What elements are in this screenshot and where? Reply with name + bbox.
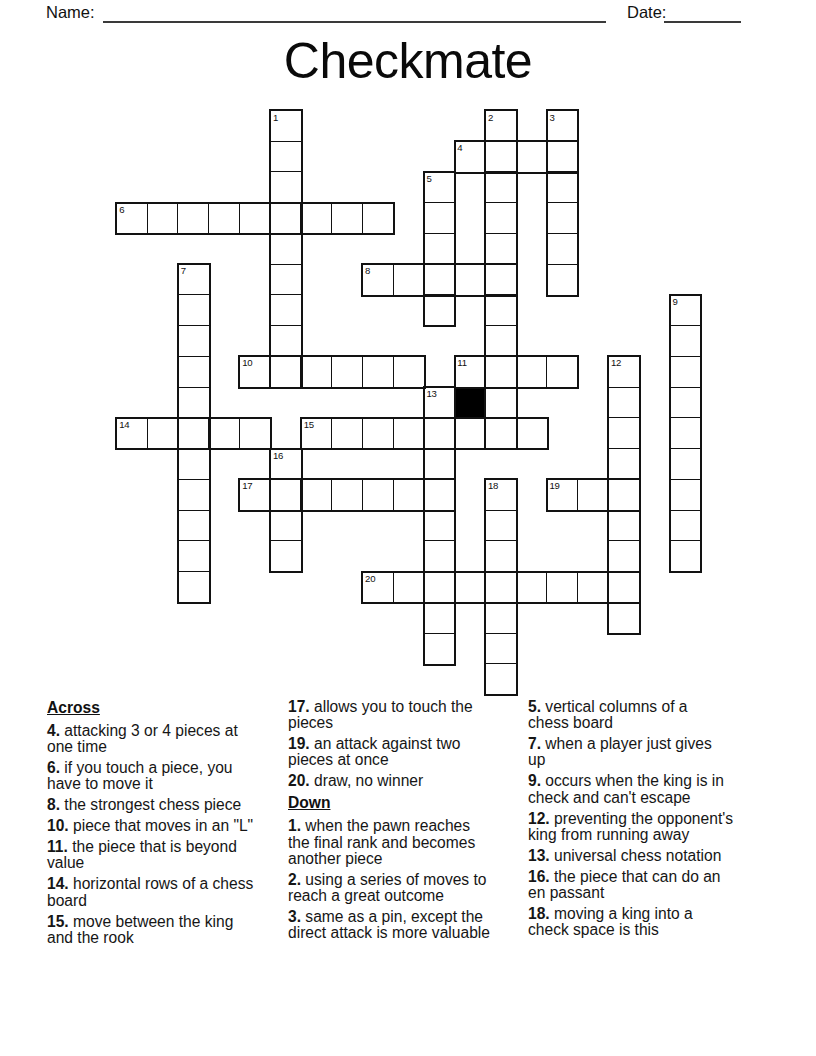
grid-cell[interactable]: 16 xyxy=(270,448,302,480)
grid-cell[interactable]: 17 xyxy=(239,479,271,511)
grid-cell[interactable] xyxy=(485,417,517,449)
grid-cell[interactable] xyxy=(270,264,302,296)
clue-number: 8. xyxy=(47,796,60,813)
grid-cell[interactable]: 10 xyxy=(239,356,271,388)
grid-cell[interactable] xyxy=(608,448,640,480)
clue-item-6: 6. if you touch a piece, youhave to move… xyxy=(47,760,284,793)
grid-cell[interactable] xyxy=(485,141,517,173)
grid-cell[interactable]: 2 xyxy=(485,110,517,142)
down-heading: Down xyxy=(288,794,525,812)
grid-cell[interactable] xyxy=(147,202,179,234)
cell-number: 11 xyxy=(457,357,466,368)
grid-cell[interactable] xyxy=(485,387,517,419)
clue-item-7: 7. when a player just givesup xyxy=(528,736,765,769)
grid-cell[interactable] xyxy=(177,479,209,511)
across-heading: Across xyxy=(47,699,284,717)
grid-cell[interactable] xyxy=(177,510,209,542)
grid-cell[interactable] xyxy=(669,325,701,357)
grid-cell[interactable] xyxy=(331,479,363,511)
clue-column-1: Across4. attacking 3 or 4 pieces atone t… xyxy=(47,699,284,951)
grid-cell[interactable] xyxy=(454,264,486,296)
grid-cell[interactable] xyxy=(331,202,363,234)
grid-cell[interactable] xyxy=(423,294,455,326)
grid-cell[interactable] xyxy=(393,356,425,388)
grid-cell[interactable] xyxy=(423,448,455,480)
grid-cell[interactable] xyxy=(577,571,609,603)
grid-cell[interactable] xyxy=(270,141,302,173)
grid-cell[interactable] xyxy=(177,325,209,357)
grid-cell[interactable]: 20 xyxy=(362,571,394,603)
clue-number: 19. xyxy=(288,735,310,752)
grid-cell[interactable] xyxy=(208,202,240,234)
grid-cell[interactable]: 14 xyxy=(116,417,148,449)
clue-number: 11. xyxy=(47,838,68,855)
grid-cell[interactable] xyxy=(177,571,209,603)
clue-number: 14. xyxy=(47,875,69,892)
grid-cell[interactable] xyxy=(423,264,455,296)
grid-cell[interactable]: 3 xyxy=(546,110,578,142)
cell-number: 16 xyxy=(273,450,283,461)
clue-number: 9. xyxy=(528,772,541,789)
grid-cell[interactable] xyxy=(485,325,517,357)
grid-cell[interactable] xyxy=(393,417,425,449)
grid-cell[interactable] xyxy=(423,510,455,542)
clue-item-20: 20. draw, no winner xyxy=(288,773,525,789)
cell-number: 19 xyxy=(550,480,560,491)
grid-cell[interactable] xyxy=(423,540,455,572)
grid-cell[interactable] xyxy=(208,417,240,449)
grid-cell[interactable] xyxy=(177,540,209,572)
clue-number: 12. xyxy=(528,810,550,827)
grid-cell[interactable] xyxy=(516,571,548,603)
grid-cell[interactable] xyxy=(423,479,455,511)
cell-number: 1 xyxy=(273,112,278,123)
clue-number: 10. xyxy=(47,817,69,834)
cell-number: 14 xyxy=(119,419,129,430)
grid-cell[interactable]: 4 xyxy=(454,141,486,173)
grid-cell[interactable] xyxy=(546,171,578,203)
grid-cell[interactable] xyxy=(239,417,271,449)
grid-cell[interactable] xyxy=(485,633,517,665)
clue-number: 3. xyxy=(288,908,301,925)
name-blank-line[interactable] xyxy=(103,2,606,23)
grid-cell[interactable] xyxy=(177,356,209,388)
grid-cell[interactable] xyxy=(516,356,548,388)
date-label: Date: xyxy=(627,3,666,22)
clue-item-13: 13. universal chess notation xyxy=(528,848,765,864)
grid-cell[interactable] xyxy=(177,294,209,326)
grid-cell[interactable] xyxy=(546,571,578,603)
grid-cell[interactable] xyxy=(608,602,640,634)
cell-number: 13 xyxy=(427,388,437,399)
clue-number: 15. xyxy=(47,913,69,930)
clue-item-4: 4. attacking 3 or 4 pieces atone time xyxy=(47,723,284,756)
grid-cell[interactable] xyxy=(546,264,578,296)
grid-cell[interactable]: 6 xyxy=(116,202,148,234)
clue-number: 6. xyxy=(47,759,60,776)
cell-number: 18 xyxy=(488,480,498,491)
grid-cell[interactable] xyxy=(546,141,578,173)
black-cell xyxy=(454,387,486,419)
grid-cell[interactable] xyxy=(669,387,701,419)
clue-item-10: 10. piece that moves in an "L" xyxy=(47,818,284,834)
clue-item-19: 19. an attack against twopieces at once xyxy=(288,736,525,769)
grid-cell[interactable] xyxy=(669,510,701,542)
grid-cell[interactable]: 19 xyxy=(546,479,578,511)
cell-number: 8 xyxy=(365,265,370,276)
grid-cell[interactable] xyxy=(423,202,455,234)
grid-cell[interactable] xyxy=(608,510,640,542)
cell-number: 15 xyxy=(304,419,314,430)
grid-cell[interactable] xyxy=(393,479,425,511)
grid-cell[interactable] xyxy=(270,202,302,234)
clue-number: 1. xyxy=(288,817,301,834)
grid-cell[interactable] xyxy=(669,356,701,388)
cell-number: 7 xyxy=(181,265,186,276)
clue-item-1: 1. when the pawn reachesthe final rank a… xyxy=(288,818,525,867)
grid-cell[interactable] xyxy=(423,633,455,665)
grid-cell[interactable] xyxy=(270,171,302,203)
clue-item-17: 17. allows you to touch thepieces xyxy=(288,699,525,732)
cell-number: 20 xyxy=(365,573,375,584)
clue-column-2: 17. allows you to touch thepieces19. an … xyxy=(288,699,525,946)
grid-cell[interactable] xyxy=(454,417,486,449)
grid-cell[interactable] xyxy=(516,141,548,173)
grid-cell[interactable] xyxy=(608,479,640,511)
grid-cell[interactable] xyxy=(300,202,332,234)
grid-cell[interactable] xyxy=(393,571,425,603)
grid-cell[interactable] xyxy=(270,233,302,265)
grid-cell[interactable] xyxy=(546,356,578,388)
cell-number: 9 xyxy=(673,296,678,307)
grid-cell[interactable] xyxy=(270,540,302,572)
grid-cell[interactable] xyxy=(362,417,394,449)
grid-cell[interactable] xyxy=(485,540,517,572)
grid-cell[interactable] xyxy=(485,356,517,388)
grid-cell[interactable] xyxy=(485,663,517,695)
clue-item-8: 8. the strongest chess piece xyxy=(47,797,284,813)
grid-cell[interactable] xyxy=(485,294,517,326)
grid-cell[interactable] xyxy=(270,325,302,357)
grid-cell[interactable] xyxy=(485,202,517,234)
grid-cell[interactable] xyxy=(147,417,179,449)
clue-number: 7. xyxy=(528,735,541,752)
grid-cell[interactable] xyxy=(331,356,363,388)
grid-cell[interactable] xyxy=(669,540,701,572)
clue-item-9: 9. occurs when the king is incheck and c… xyxy=(528,773,765,806)
clue-item-14: 14. horizontal rows of a chessboard xyxy=(47,876,284,909)
grid-cell[interactable] xyxy=(577,479,609,511)
clue-number: 18. xyxy=(528,905,550,922)
grid-cell[interactable] xyxy=(239,202,271,234)
grid-cell[interactable] xyxy=(423,602,455,634)
grid-cell[interactable] xyxy=(669,417,701,449)
name-label: Name: xyxy=(46,3,95,22)
grid-cell[interactable] xyxy=(270,294,302,326)
grid-cell[interactable] xyxy=(608,540,640,572)
grid-cell[interactable]: 11 xyxy=(454,356,486,388)
grid-cell[interactable] xyxy=(608,417,640,449)
grid-cell[interactable] xyxy=(331,417,363,449)
grid-cell[interactable]: 9 xyxy=(669,294,701,326)
grid-cell[interactable] xyxy=(485,602,517,634)
grid-cell[interactable]: 8 xyxy=(362,264,394,296)
grid-cell[interactable]: 12 xyxy=(608,356,640,388)
cell-number: 4 xyxy=(457,142,462,153)
grid-cell[interactable] xyxy=(362,202,394,234)
grid-cell[interactable] xyxy=(177,448,209,480)
clue-item-5: 5. vertical columns of achess board xyxy=(528,699,765,732)
cell-number: 5 xyxy=(427,173,432,184)
grid-cell[interactable] xyxy=(300,479,332,511)
clue-column-3: 5. vertical columns of achess board7. wh… xyxy=(528,699,765,943)
clue-number: 4. xyxy=(47,722,60,739)
cell-number: 6 xyxy=(119,204,124,215)
clue-item-2: 2. using a series of moves toreach a gre… xyxy=(288,872,525,905)
grid-cell[interactable] xyxy=(608,571,640,603)
clue-number: 5. xyxy=(528,698,541,715)
grid-cell[interactable] xyxy=(177,417,209,449)
cell-number: 3 xyxy=(550,112,555,123)
grid-cell[interactable] xyxy=(270,510,302,542)
grid-cell[interactable] xyxy=(608,387,640,419)
clue-item-11: 11. the piece that is beyondvalue xyxy=(47,839,284,872)
cell-number: 10 xyxy=(242,357,252,368)
grid-cell[interactable] xyxy=(546,233,578,265)
clue-number: 13. xyxy=(528,847,550,864)
clue-item-3: 3. same as a pin, except thedirect attac… xyxy=(288,909,525,942)
clue-number: 16. xyxy=(528,868,550,885)
clue-number: 20. xyxy=(288,772,310,789)
grid-cell[interactable] xyxy=(423,233,455,265)
grid-cell[interactable] xyxy=(177,202,209,234)
grid-cell[interactable]: 18 xyxy=(485,479,517,511)
grid-cell[interactable] xyxy=(362,356,394,388)
grid-cell[interactable]: 1 xyxy=(270,110,302,142)
grid-cell[interactable] xyxy=(423,571,455,603)
grid-cell[interactable] xyxy=(485,510,517,542)
grid-cell[interactable] xyxy=(454,571,486,603)
grid-cell[interactable] xyxy=(485,171,517,203)
grid-cell[interactable] xyxy=(393,264,425,296)
grid-cell[interactable] xyxy=(177,387,209,419)
grid-cell[interactable] xyxy=(669,479,701,511)
grid-cell[interactable] xyxy=(546,202,578,234)
clue-item-15: 15. move between the kingand the rook xyxy=(47,914,284,947)
grid-cell[interactable] xyxy=(270,356,302,388)
cell-number: 12 xyxy=(611,357,621,368)
grid-cell[interactable] xyxy=(362,479,394,511)
grid-cell[interactable]: 13 xyxy=(423,387,455,419)
clue-item-16: 16. the piece that can do anen passant xyxy=(528,869,765,902)
clue-number: 2. xyxy=(288,871,301,888)
grid-cell[interactable] xyxy=(669,448,701,480)
grid-cell[interactable] xyxy=(485,264,517,296)
grid-cell[interactable]: 15 xyxy=(300,417,332,449)
clue-item-12: 12. preventing the opponent'sking from r… xyxy=(528,811,765,844)
clue-number: 17. xyxy=(288,698,310,715)
grid-cell[interactable] xyxy=(423,417,455,449)
grid-cell[interactable] xyxy=(485,233,517,265)
cell-number: 17 xyxy=(242,480,252,491)
grid-cell[interactable] xyxy=(270,479,302,511)
date-blank-line[interactable] xyxy=(664,2,741,23)
puzzle-title: Checkmate xyxy=(0,33,816,89)
grid-cell[interactable] xyxy=(300,356,332,388)
grid-cell[interactable] xyxy=(516,417,548,449)
cell-number: 2 xyxy=(488,112,493,123)
grid-cell[interactable]: 5 xyxy=(423,171,455,203)
grid-cell[interactable] xyxy=(485,571,517,603)
grid-cell[interactable]: 7 xyxy=(177,264,209,296)
clue-item-18: 18. moving a king into acheck space is t… xyxy=(528,906,765,939)
